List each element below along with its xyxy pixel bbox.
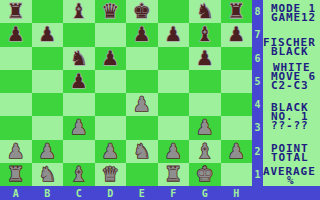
white-knight-b1[interactable]: ♞ (32, 163, 64, 186)
black-bishop-g7[interactable]: ♝ (189, 23, 221, 46)
file-labels-bar: ABCDEFGH (0, 186, 320, 200)
square-c5[interactable]: ♟ (63, 70, 95, 93)
rank-label-7: 7 (252, 23, 263, 46)
rank-label-8: 8 (252, 0, 263, 23)
square-c4[interactable] (63, 93, 95, 116)
square-b2[interactable]: ♟ (32, 140, 64, 163)
square-d8[interactable]: ♛ (95, 0, 127, 23)
black-pawn-d6[interactable]: ♟ (95, 47, 127, 70)
status-panel (263, 0, 320, 186)
square-c1[interactable]: ♝ (63, 163, 95, 186)
square-g4[interactable] (189, 93, 221, 116)
square-a5[interactable] (0, 70, 32, 93)
square-c6[interactable]: ♞ (63, 47, 95, 70)
square-d1[interactable]: ♛ (95, 163, 127, 186)
square-f4[interactable] (158, 93, 190, 116)
square-a7[interactable]: ♟ (0, 23, 32, 46)
white-pawn-d2[interactable]: ♟ (95, 140, 127, 163)
square-d3[interactable] (95, 116, 127, 139)
square-b7[interactable]: ♟ (32, 23, 64, 46)
black-knight-c6[interactable]: ♞ (63, 47, 95, 70)
rank-label-5: 5 (252, 70, 263, 93)
square-b3[interactable] (32, 116, 64, 139)
black-bishop-c8[interactable]: ♝ (63, 0, 95, 23)
square-b4[interactable] (32, 93, 64, 116)
square-h4[interactable] (221, 93, 253, 116)
square-c3[interactable]: ♟ (63, 116, 95, 139)
colossus-chess-screen: ♜♝♛♚♞♜♟♟♟♟♝♟♞♟♟♟♟♟♟♟♟♟♞♟♝♟♜♞♝♛♜♚ 8765432… (0, 0, 320, 200)
white-knight-e2[interactable]: ♞ (126, 140, 158, 163)
black-king-e8[interactable]: ♚ (126, 0, 158, 23)
square-e8[interactable]: ♚ (126, 0, 158, 23)
square-e3[interactable] (126, 116, 158, 139)
file-label-e: E (126, 186, 158, 200)
file-label-a: A (0, 186, 32, 200)
black-pawn-b7[interactable]: ♟ (32, 23, 64, 46)
square-f7[interactable]: ♟ (158, 23, 190, 46)
square-e5[interactable] (126, 70, 158, 93)
square-h2[interactable]: ♟ (221, 140, 253, 163)
square-f3[interactable] (158, 116, 190, 139)
black-pawn-f7[interactable]: ♟ (158, 23, 190, 46)
white-pawn-c3[interactable]: ♟ (63, 116, 95, 139)
square-e1[interactable] (126, 163, 158, 186)
square-g2[interactable]: ♝ (189, 140, 221, 163)
rank-label-6: 6 (252, 47, 263, 70)
square-h5[interactable] (221, 70, 253, 93)
file-label-b: B (32, 186, 64, 200)
rank-label-2: 2 (252, 140, 263, 163)
black-knight-g8[interactable]: ♞ (189, 0, 221, 23)
square-f5[interactable] (158, 70, 190, 93)
black-pawn-a7[interactable]: ♟ (0, 23, 32, 46)
square-c7[interactable] (63, 23, 95, 46)
black-rook-a8[interactable]: ♜ (0, 0, 32, 23)
black-pawn-h7[interactable]: ♟ (221, 23, 253, 46)
white-pawn-h2[interactable]: ♟ (221, 140, 253, 163)
file-label-h: H (221, 186, 253, 200)
white-pawn-g3[interactable]: ♟ (189, 116, 221, 139)
square-b5[interactable] (32, 70, 64, 93)
black-pawn-c5[interactable]: ♟ (63, 70, 95, 93)
square-g3[interactable]: ♟ (189, 116, 221, 139)
file-labels: ABCDEFGH (0, 186, 252, 200)
square-a1[interactable]: ♜ (0, 163, 32, 186)
square-e4[interactable]: ♟ (126, 93, 158, 116)
rank-label-1: 1 (252, 163, 263, 186)
square-e6[interactable] (126, 47, 158, 70)
white-rook-f1[interactable]: ♜ (158, 163, 190, 186)
square-b1[interactable]: ♞ (32, 163, 64, 186)
square-a3[interactable] (0, 116, 32, 139)
square-g6[interactable]: ♟ (189, 47, 221, 70)
file-label-f: F (158, 186, 190, 200)
rank-labels: 87654321 (252, 0, 263, 186)
white-rook-a1[interactable]: ♜ (0, 163, 32, 186)
square-g8[interactable]: ♞ (189, 0, 221, 23)
chess-board[interactable]: ♜♝♛♚♞♜♟♟♟♟♝♟♞♟♟♟♟♟♟♟♟♟♞♟♝♟♜♞♝♛♜♚ (0, 0, 252, 186)
square-g5[interactable] (189, 70, 221, 93)
white-king-g1[interactable]: ♚ (189, 163, 221, 186)
square-e2[interactable]: ♞ (126, 140, 158, 163)
square-c8[interactable]: ♝ (63, 0, 95, 23)
square-a4[interactable] (0, 93, 32, 116)
white-bishop-g2[interactable]: ♝ (189, 140, 221, 163)
square-h8[interactable]: ♜ (221, 0, 253, 23)
white-bishop-c1[interactable]: ♝ (63, 163, 95, 186)
white-pawn-b2[interactable]: ♟ (32, 140, 64, 163)
white-pawn-e4[interactable]: ♟ (126, 93, 158, 116)
square-d7[interactable] (95, 23, 127, 46)
black-queen-d8[interactable]: ♛ (95, 0, 127, 23)
square-g1[interactable]: ♚ (189, 163, 221, 186)
square-d5[interactable] (95, 70, 127, 93)
square-c2[interactable] (63, 140, 95, 163)
square-h1[interactable] (221, 163, 253, 186)
file-label-c: C (63, 186, 95, 200)
white-pawn-a2[interactable]: ♟ (0, 140, 32, 163)
black-rook-h8[interactable]: ♜ (221, 0, 253, 23)
square-e7[interactable]: ♟ (126, 23, 158, 46)
square-a6[interactable] (0, 47, 32, 70)
square-g7[interactable]: ♝ (189, 23, 221, 46)
square-f2[interactable]: ♟ (158, 140, 190, 163)
rank-label-3: 3 (252, 116, 263, 139)
square-b6[interactable] (32, 47, 64, 70)
square-a8[interactable]: ♜ (0, 0, 32, 23)
square-d2[interactable]: ♟ (95, 140, 127, 163)
rank-label-4: 4 (252, 93, 263, 116)
square-a2[interactable]: ♟ (0, 140, 32, 163)
square-h3[interactable] (221, 116, 253, 139)
square-b8[interactable] (32, 0, 64, 23)
square-f6[interactable] (158, 47, 190, 70)
square-f1[interactable]: ♜ (158, 163, 190, 186)
square-d6[interactable]: ♟ (95, 47, 127, 70)
black-pawn-g6[interactable]: ♟ (189, 47, 221, 70)
white-queen-d1[interactable]: ♛ (95, 163, 127, 186)
white-pawn-f2[interactable]: ♟ (158, 140, 190, 163)
black-pawn-e7[interactable]: ♟ (126, 23, 158, 46)
square-h6[interactable] (221, 47, 253, 70)
square-f8[interactable] (158, 0, 190, 23)
file-label-d: D (95, 186, 127, 200)
file-label-g: G (189, 186, 221, 200)
square-h7[interactable]: ♟ (221, 23, 253, 46)
square-d4[interactable] (95, 93, 127, 116)
